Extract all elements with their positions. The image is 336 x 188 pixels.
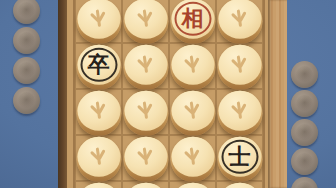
captured-piece — [291, 177, 318, 188]
board-grid: 相 卒 — [73, 0, 265, 188]
piece-face — [124, 183, 167, 188]
piece-face — [171, 45, 214, 85]
piece-glyph: 相 — [182, 7, 204, 29]
piece-face: 相 — [171, 0, 214, 39]
piece-face — [171, 137, 214, 177]
claw-pattern-icon — [131, 142, 160, 171]
captured-piece — [291, 119, 318, 146]
claw-pattern-icon — [131, 4, 160, 33]
game-screen: 相 卒 — [0, 0, 336, 188]
black-piece-卒[interactable]: 卒 — [76, 45, 121, 90]
board-cell[interactable] — [216, 181, 263, 188]
piece-face — [124, 0, 167, 39]
captured-piece — [291, 61, 318, 88]
piece-face — [171, 183, 214, 188]
face-down-piece[interactable] — [76, 137, 121, 182]
captured-tray-left — [13, 0, 40, 114]
board-cell[interactable] — [169, 135, 216, 181]
piece-face — [218, 91, 261, 131]
captured-piece — [291, 90, 318, 117]
piece-face — [218, 183, 261, 188]
captured-piece — [13, 87, 40, 114]
piece-face — [77, 91, 120, 131]
board-left-edge — [58, 0, 67, 188]
piece-face — [124, 137, 167, 177]
face-down-piece[interactable] — [123, 0, 168, 44]
claw-pattern-icon — [84, 142, 113, 171]
face-down-piece[interactable] — [217, 91, 262, 136]
board-cell[interactable] — [122, 0, 169, 43]
board-cell[interactable] — [75, 135, 122, 181]
piece-face: 卒 — [77, 45, 120, 85]
claw-pattern-icon — [225, 50, 254, 79]
board-cell[interactable] — [75, 0, 122, 43]
board-right-frame — [268, 0, 287, 188]
board-cell[interactable] — [122, 43, 169, 89]
board-cell[interactable] — [169, 43, 216, 89]
claw-pattern-icon — [84, 4, 113, 33]
piece-face — [218, 0, 261, 39]
face-down-piece[interactable] — [76, 183, 121, 188]
piece-face — [124, 45, 167, 85]
piece-face — [124, 91, 167, 131]
banqi-board: 相 卒 — [58, 0, 287, 188]
face-down-piece[interactable] — [170, 183, 215, 188]
claw-pattern-icon — [225, 4, 254, 33]
face-down-piece[interactable] — [123, 137, 168, 182]
piece-face — [171, 91, 214, 131]
face-down-piece[interactable] — [217, 183, 262, 188]
claw-pattern-icon — [84, 96, 113, 125]
captured-piece — [13, 57, 40, 84]
face-down-piece[interactable] — [123, 91, 168, 136]
face-down-piece[interactable] — [217, 0, 262, 44]
claw-pattern-icon — [131, 50, 160, 79]
claw-pattern-icon — [225, 96, 254, 125]
claw-pattern-icon — [178, 142, 207, 171]
board-cell[interactable]: 士 — [216, 135, 263, 181]
face-down-piece[interactable] — [170, 45, 215, 90]
board-cell[interactable] — [216, 0, 263, 43]
board-cell[interactable]: 卒 — [75, 43, 122, 89]
piece-glyph: 士 — [229, 145, 251, 167]
board-cell[interactable] — [216, 89, 263, 135]
board-cell[interactable] — [75, 89, 122, 135]
board-cell[interactable] — [169, 89, 216, 135]
piece-face: 士 — [218, 137, 261, 177]
claw-pattern-icon — [131, 96, 160, 125]
board-cell[interactable]: 相 — [169, 0, 216, 43]
face-down-piece[interactable] — [123, 183, 168, 188]
captured-piece — [13, 27, 40, 54]
black-piece-士[interactable]: 士 — [217, 137, 262, 182]
claw-pattern-icon — [178, 50, 207, 79]
board-cell[interactable] — [216, 43, 263, 89]
board-cell[interactable] — [122, 89, 169, 135]
board-cell[interactable] — [122, 135, 169, 181]
red-piece-相[interactable]: 相 — [170, 0, 215, 44]
claw-pattern-icon — [178, 96, 207, 125]
piece-face — [77, 137, 120, 177]
piece-face — [77, 183, 120, 188]
captured-piece — [291, 148, 318, 175]
captured-tray-right — [291, 61, 318, 188]
piece-glyph: 卒 — [88, 53, 110, 75]
board-cell[interactable] — [169, 181, 216, 188]
captured-piece — [13, 0, 40, 24]
board-cell[interactable] — [75, 181, 122, 188]
piece-face — [218, 45, 261, 85]
board-cell[interactable] — [122, 181, 169, 188]
face-down-piece[interactable] — [123, 45, 168, 90]
face-down-piece[interactable] — [217, 45, 262, 90]
piece-face — [77, 0, 120, 39]
face-down-piece[interactable] — [76, 0, 121, 44]
face-down-piece[interactable] — [170, 137, 215, 182]
face-down-piece[interactable] — [170, 91, 215, 136]
face-down-piece[interactable] — [76, 91, 121, 136]
